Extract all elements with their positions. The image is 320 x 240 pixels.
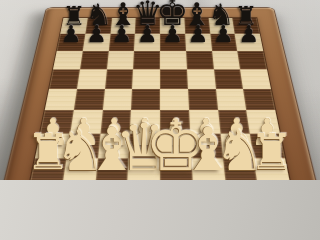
- square-g6: [212, 51, 241, 69]
- square-c4: [102, 89, 132, 110]
- square-b5: [77, 69, 107, 89]
- square-a5: [49, 69, 80, 89]
- square-c8: [110, 18, 136, 34]
- square-h2: [250, 133, 285, 158]
- square-f8: [184, 18, 210, 34]
- square-d7: [134, 34, 160, 51]
- square-h7: [235, 34, 263, 51]
- square-d5: [132, 69, 160, 89]
- square-b8: [85, 18, 112, 34]
- square-f3: [189, 110, 220, 133]
- square-g2: [220, 133, 254, 158]
- square-a2: [35, 133, 70, 158]
- square-d2: [129, 133, 160, 158]
- square-c2: [97, 133, 130, 158]
- square-e8: [160, 18, 185, 34]
- square-c1: [95, 158, 129, 180]
- square-a1: [29, 158, 66, 180]
- square-f7: [185, 34, 212, 51]
- chess-board: [0, 8, 320, 180]
- square-f1: [191, 158, 225, 180]
- photo-scene: ♜♞♝♛♚♝♞♜♟♟♟♟♟♟♟♟♟♟♟♟♟♟♟♟♜♞♝♛♚♝♞♜: [0, 0, 320, 180]
- square-h8: [232, 18, 259, 34]
- square-b4: [74, 89, 105, 110]
- square-e3: [160, 110, 190, 133]
- square-a4: [45, 89, 77, 110]
- square-a6: [53, 51, 83, 69]
- square-b1: [62, 158, 97, 180]
- square-g4: [216, 89, 247, 110]
- board-grid: [29, 18, 290, 180]
- square-e4: [160, 89, 189, 110]
- square-f5: [187, 69, 216, 89]
- square-h3: [246, 110, 279, 133]
- square-d8: [135, 18, 160, 34]
- square-a7: [57, 34, 85, 51]
- square-e1: [160, 158, 193, 180]
- square-g7: [210, 34, 238, 51]
- square-e6: [160, 51, 187, 69]
- square-f2: [190, 133, 223, 158]
- square-h6: [237, 51, 267, 69]
- square-d4: [131, 89, 160, 110]
- square-e2: [160, 133, 191, 158]
- square-g1: [223, 158, 258, 180]
- square-b2: [66, 133, 100, 158]
- square-d6: [133, 51, 160, 69]
- square-c5: [105, 69, 134, 89]
- square-e5: [160, 69, 188, 89]
- square-g5: [213, 69, 243, 89]
- square-b7: [83, 34, 111, 51]
- square-c6: [107, 51, 135, 69]
- square-h5: [240, 69, 271, 89]
- square-c7: [108, 34, 135, 51]
- square-g3: [218, 110, 250, 133]
- square-h1: [254, 158, 291, 180]
- square-d1: [127, 158, 160, 180]
- square-a8: [60, 18, 87, 34]
- square-h4: [243, 89, 275, 110]
- square-f4: [188, 89, 218, 110]
- square-b6: [80, 51, 109, 69]
- board-frame: [0, 8, 320, 180]
- square-f6: [186, 51, 214, 69]
- square-c3: [100, 110, 131, 133]
- square-d3: [130, 110, 160, 133]
- square-a3: [40, 110, 73, 133]
- square-g8: [208, 18, 235, 34]
- square-b3: [70, 110, 102, 133]
- square-e7: [160, 34, 186, 51]
